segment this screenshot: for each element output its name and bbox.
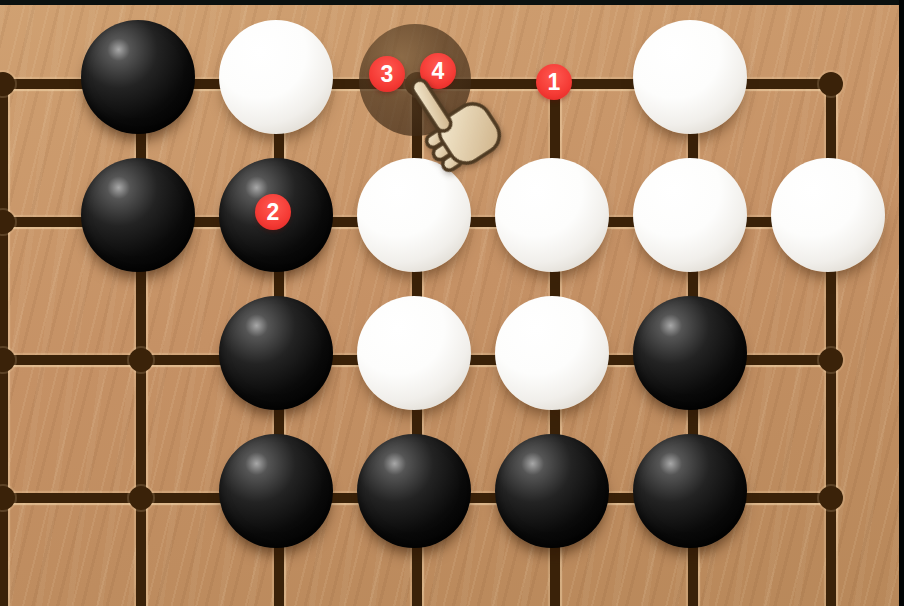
intersection-6-0[interactable] <box>819 72 843 96</box>
intersection-0-1[interactable] <box>0 210 15 234</box>
go-board[interactable]: 1234 <box>0 0 904 606</box>
letterbox-top <box>0 0 904 5</box>
index-finger <box>409 77 453 134</box>
intersection-6-2[interactable] <box>819 348 843 372</box>
intersection-0-3[interactable] <box>0 486 15 510</box>
tap-hand-cursor <box>397 76 522 206</box>
intersection-6-3[interactable] <box>819 486 843 510</box>
black-stone-2-3 <box>219 434 333 548</box>
intersection-0-0[interactable] <box>0 72 15 96</box>
intersection-0-2[interactable] <box>0 348 15 372</box>
letterbox-right <box>899 0 904 606</box>
white-stone-6-1 <box>771 158 885 272</box>
white-stone-3-2 <box>357 296 471 410</box>
move-badge-2: 2 <box>255 194 291 230</box>
intersection-1-3[interactable] <box>129 486 153 510</box>
white-stone-4-2 <box>495 296 609 410</box>
black-stone-3-3 <box>357 434 471 548</box>
white-stone-2-0 <box>219 20 333 134</box>
black-stone-5-2 <box>633 296 747 410</box>
white-stone-5-1 <box>633 158 747 272</box>
white-stone-5-0 <box>633 20 747 134</box>
grid-vline-col0 <box>0 79 8 606</box>
black-stone-4-3 <box>495 434 609 548</box>
black-stone-1-0 <box>81 20 195 134</box>
black-stone-1-1 <box>81 158 195 272</box>
move-badge-1: 1 <box>536 64 572 100</box>
black-stone-2-2 <box>219 296 333 410</box>
black-stone-5-3 <box>633 434 747 548</box>
intersection-1-2[interactable] <box>129 348 153 372</box>
